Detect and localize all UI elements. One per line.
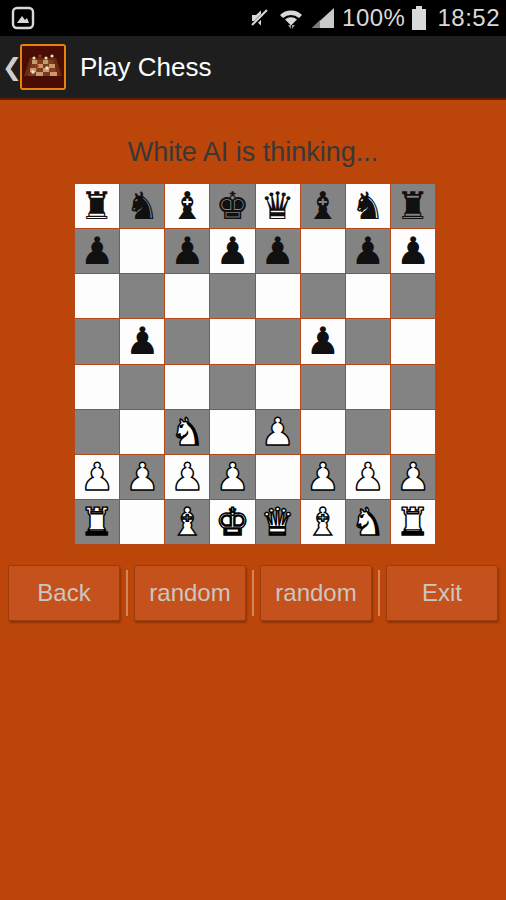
piece-black-bishop: ♝ [170, 187, 204, 225]
random-button-1[interactable]: random [134, 565, 246, 621]
piece-black-queen: ♛ [261, 187, 295, 225]
square-a5[interactable] [75, 319, 119, 363]
square-b6[interactable] [120, 274, 164, 318]
square-b8[interactable]: ♞ [120, 184, 164, 228]
piece-black-rook: ♜ [80, 187, 114, 225]
random-button-2[interactable]: random [260, 565, 372, 621]
square-b2[interactable]: ♟ [120, 455, 164, 499]
piece-white-knight: ♞ [351, 503, 385, 541]
square-h7[interactable]: ♟ [391, 229, 435, 273]
square-d1[interactable]: ♚ [210, 500, 254, 544]
square-h6[interactable] [391, 274, 435, 318]
piece-white-pawn: ♟ [261, 413, 295, 451]
button-divider [378, 570, 380, 616]
square-e4[interactable] [256, 365, 300, 409]
square-d7[interactable]: ♟ [210, 229, 254, 273]
piece-black-pawn: ♟ [396, 232, 430, 270]
square-c5[interactable] [165, 319, 209, 363]
square-h3[interactable] [391, 410, 435, 454]
square-f8[interactable]: ♝ [301, 184, 345, 228]
piece-white-pawn: ♟ [396, 458, 430, 496]
square-g5[interactable] [346, 319, 390, 363]
square-f6[interactable] [301, 274, 345, 318]
button-divider [126, 570, 128, 616]
square-g6[interactable] [346, 274, 390, 318]
piece-black-knight: ♞ [351, 187, 385, 225]
piece-black-pawn: ♟ [170, 232, 204, 270]
piece-black-pawn: ♟ [215, 232, 249, 270]
piece-white-pawn: ♟ [80, 458, 114, 496]
exit-button[interactable]: Exit [386, 565, 498, 621]
square-e1[interactable]: ♛ [256, 500, 300, 544]
back-button[interactable]: Back [8, 565, 120, 621]
square-e6[interactable] [256, 274, 300, 318]
piece-white-bishop: ♝ [306, 503, 340, 541]
square-e8[interactable]: ♛ [256, 184, 300, 228]
square-g1[interactable]: ♞ [346, 500, 390, 544]
square-g4[interactable] [346, 365, 390, 409]
square-c7[interactable]: ♟ [165, 229, 209, 273]
square-f7[interactable] [301, 229, 345, 273]
piece-black-knight: ♞ [125, 187, 159, 225]
wifi-icon [278, 5, 304, 31]
square-e2[interactable] [256, 455, 300, 499]
square-h1[interactable]: ♜ [391, 500, 435, 544]
square-c8[interactable]: ♝ [165, 184, 209, 228]
square-e5[interactable] [256, 319, 300, 363]
square-h4[interactable] [391, 365, 435, 409]
piece-black-king: ♚ [215, 187, 249, 225]
square-g2[interactable]: ♟ [346, 455, 390, 499]
square-f1[interactable]: ♝ [301, 500, 345, 544]
square-a2[interactable]: ♟ [75, 455, 119, 499]
square-b3[interactable] [120, 410, 164, 454]
square-b4[interactable] [120, 365, 164, 409]
square-d8[interactable]: ♚ [210, 184, 254, 228]
square-f3[interactable] [301, 410, 345, 454]
piece-white-king: ♚ [215, 503, 249, 541]
piece-white-knight: ♞ [170, 413, 204, 451]
square-a3[interactable] [75, 410, 119, 454]
square-a8[interactable]: ♜ [75, 184, 119, 228]
piece-black-rook: ♜ [396, 187, 430, 225]
screenshot-notification-icon [10, 5, 36, 31]
page-title: Play Chess [80, 52, 212, 83]
piece-white-rook: ♜ [80, 503, 114, 541]
piece-black-pawn: ♟ [261, 232, 295, 270]
square-f4[interactable] [301, 365, 345, 409]
square-h8[interactable]: ♜ [391, 184, 435, 228]
piece-black-pawn: ♟ [125, 322, 159, 360]
back-chevron-icon[interactable]: ❮ [2, 35, 18, 99]
square-b7[interactable] [120, 229, 164, 273]
square-a4[interactable] [75, 365, 119, 409]
square-e3[interactable]: ♟ [256, 410, 300, 454]
piece-white-bishop: ♝ [170, 503, 204, 541]
piece-white-queen: ♛ [261, 503, 295, 541]
ai-status-text: White AI is thinking... [0, 137, 506, 168]
square-a6[interactable] [75, 274, 119, 318]
piece-white-pawn: ♟ [170, 458, 204, 496]
piece-black-pawn: ♟ [80, 232, 114, 270]
square-f2[interactable]: ♟ [301, 455, 345, 499]
square-c6[interactable] [165, 274, 209, 318]
square-e7[interactable]: ♟ [256, 229, 300, 273]
app-header: ❮ Play Chess [0, 36, 506, 100]
square-d5[interactable] [210, 319, 254, 363]
square-g3[interactable] [346, 410, 390, 454]
square-b1[interactable] [120, 500, 164, 544]
square-a7[interactable]: ♟ [75, 229, 119, 273]
square-h2[interactable]: ♟ [391, 455, 435, 499]
square-c1[interactable]: ♝ [165, 500, 209, 544]
chess-board: ♜♞♝♚♛♝♞♜♟♟♟♟♟♟♟♟♞♟♟♟♟♟♟♟♟♜♝♚♛♝♞♜ [75, 184, 435, 544]
square-f5[interactable]: ♟ [301, 319, 345, 363]
square-c2[interactable]: ♟ [165, 455, 209, 499]
piece-black-pawn: ♟ [351, 232, 385, 270]
square-g8[interactable]: ♞ [346, 184, 390, 228]
square-c4[interactable] [165, 365, 209, 409]
piece-white-pawn: ♟ [125, 458, 159, 496]
square-d4[interactable] [210, 365, 254, 409]
status-time: 18:52 [437, 4, 500, 32]
battery-icon [411, 5, 427, 31]
square-g7[interactable]: ♟ [346, 229, 390, 273]
square-d6[interactable] [210, 274, 254, 318]
status-bar: 100% 18:52 [0, 0, 506, 36]
piece-white-pawn: ♟ [351, 458, 385, 496]
mute-icon [248, 6, 272, 30]
square-h5[interactable] [391, 319, 435, 363]
piece-white-pawn: ♟ [215, 458, 249, 496]
square-d3[interactable] [210, 410, 254, 454]
button-divider [252, 570, 254, 616]
piece-black-bishop: ♝ [306, 187, 340, 225]
square-d2[interactable]: ♟ [210, 455, 254, 499]
battery-percent: 100% [342, 4, 405, 32]
square-c3[interactable]: ♞ [165, 410, 209, 454]
piece-white-rook: ♜ [396, 503, 430, 541]
square-b5[interactable]: ♟ [120, 319, 164, 363]
signal-icon [310, 6, 336, 30]
app-icon [20, 44, 66, 90]
square-a1[interactable]: ♜ [75, 500, 119, 544]
button-bar: Back random random Exit [0, 565, 506, 621]
piece-white-pawn: ♟ [306, 458, 340, 496]
piece-black-pawn: ♟ [306, 322, 340, 360]
